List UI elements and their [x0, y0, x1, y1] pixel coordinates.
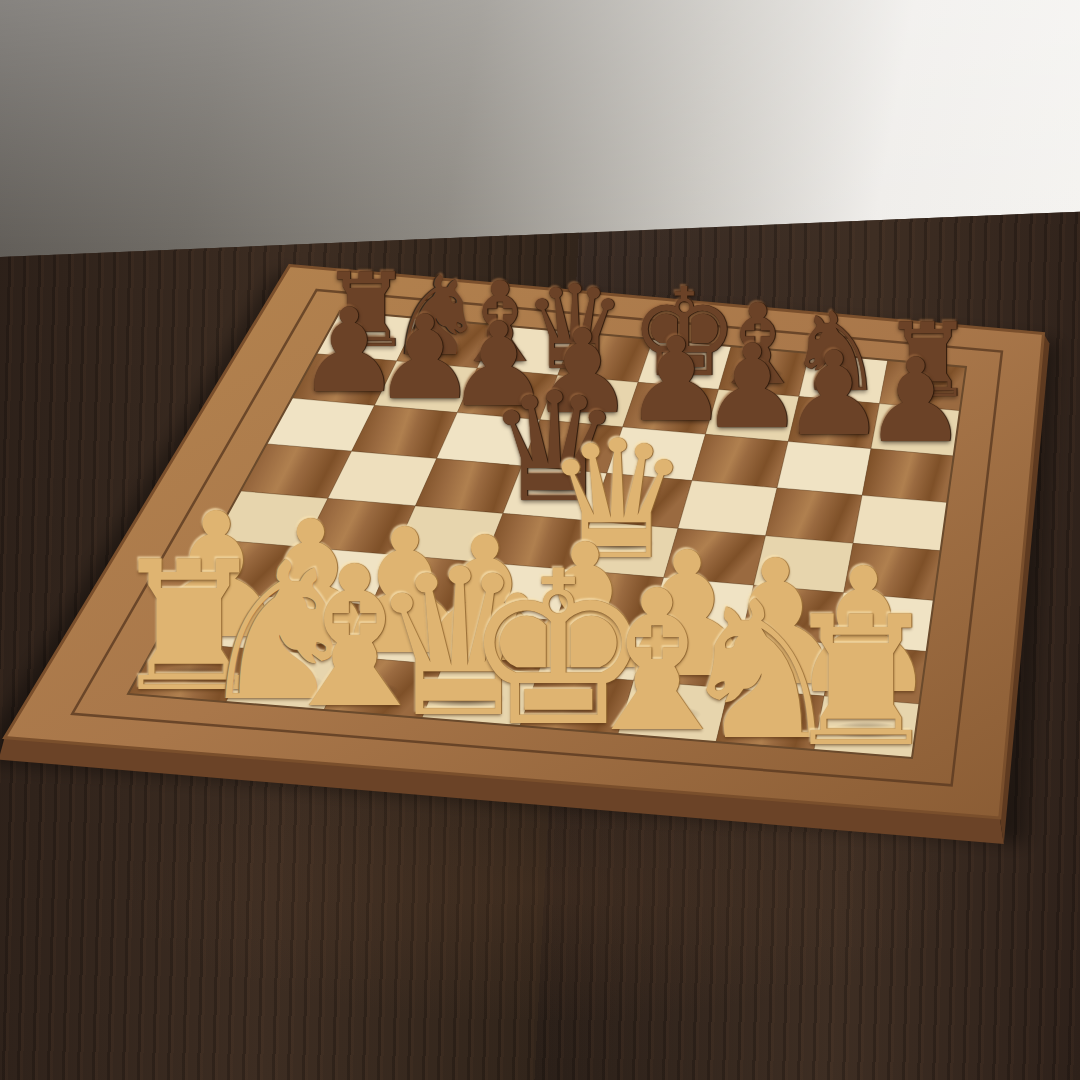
- pieces-layer: ♜♞♝♛♚♝♞♜♟♟♟♟♟♟♟♟♛♛♟♟♟♟♟♟♟♟♜♞♝♛♚♝♞♜: [0, 0, 1080, 1080]
- piece-white-rook-h1: ♜: [780, 602, 941, 763]
- piece-black-pawn-h7: ♟: [863, 350, 967, 454]
- photo-stage: ♜♞♝♛♚♝♞♜♟♟♟♟♟♟♟♟♛♛♟♟♟♟♟♟♟♟♜♞♝♛♚♝♞♜: [0, 0, 1080, 1080]
